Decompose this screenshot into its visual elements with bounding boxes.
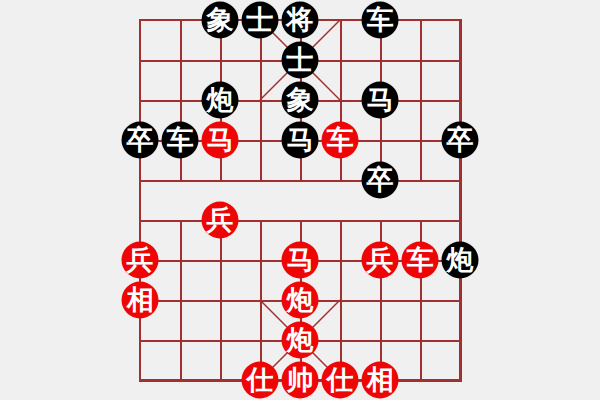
piece-red-elephant[interactable]: 相 <box>122 282 159 319</box>
point-marker-corner <box>368 144 376 152</box>
piece-black-elephant[interactable]: 象 <box>282 82 319 119</box>
piece-red-horse[interactable]: 马 <box>282 242 319 279</box>
piece-black-general[interactable]: 将 <box>282 2 319 39</box>
point-marker-corner <box>224 248 232 256</box>
piece-red-advisor[interactable]: 仕 <box>322 362 359 399</box>
point-marker-corner <box>168 304 176 312</box>
point-marker-corner <box>208 248 216 256</box>
point-marker <box>168 88 192 112</box>
point-marker <box>408 288 432 312</box>
point-marker-corner <box>368 128 376 136</box>
point-marker <box>208 248 232 272</box>
piece-red-advisor[interactable]: 仕 <box>242 362 279 399</box>
point-marker-corner <box>408 288 416 296</box>
point-marker-corner <box>384 144 392 152</box>
point-marker-corner <box>168 88 176 96</box>
point-marker-corner <box>184 104 192 112</box>
piece-red-cannon[interactable]: 炮 <box>282 282 319 319</box>
point-marker-corner <box>408 88 416 96</box>
piece-black-cannon[interactable]: 炮 <box>442 242 479 279</box>
point-marker-corner <box>384 128 392 136</box>
piece-red-cannon[interactable]: 炮 <box>282 322 319 359</box>
piece-red-general[interactable]: 帅 <box>282 362 319 399</box>
point-marker-corner <box>168 104 176 112</box>
piece-red-horse[interactable]: 马 <box>202 122 239 159</box>
point-marker-corner <box>424 288 432 296</box>
piece-black-chariot[interactable]: 车 <box>362 2 399 39</box>
piece-black-soldier[interactable]: 卒 <box>362 162 399 199</box>
piece-black-soldier[interactable]: 卒 <box>442 122 479 159</box>
point-marker-corner <box>408 104 416 112</box>
point-marker <box>368 208 392 232</box>
piece-red-soldier[interactable]: 兵 <box>202 202 239 239</box>
point-marker <box>168 288 192 312</box>
piece-black-chariot[interactable]: 车 <box>162 122 199 159</box>
piece-black-elephant[interactable]: 象 <box>202 2 239 39</box>
point-marker-corner <box>368 224 376 232</box>
piece-black-horse[interactable]: 马 <box>282 122 319 159</box>
xiangqi-screenshot: 象士将车士炮象马卒车马卒卒炮马车兵兵马兵车相炮炮仕帅仕相 <box>0 0 600 400</box>
point-marker-corner <box>368 208 376 216</box>
point-marker-corner <box>184 304 192 312</box>
piece-black-advisor[interactable]: 士 <box>242 2 279 39</box>
point-marker-corner <box>424 88 432 96</box>
point-marker-corner <box>424 104 432 112</box>
piece-red-elephant[interactable]: 相 <box>362 362 399 399</box>
point-marker-corner <box>408 304 416 312</box>
point-marker <box>408 88 432 112</box>
point-marker-corner <box>384 208 392 216</box>
point-marker-corner <box>184 288 192 296</box>
piece-red-soldier[interactable]: 兵 <box>362 242 399 279</box>
xiangqi-board: 象士将车士炮象马卒车马卒卒炮马车兵兵马兵车相炮炮仕帅仕相 <box>140 20 460 380</box>
point-marker-corner <box>424 304 432 312</box>
point-marker-corner <box>208 264 216 272</box>
point-marker <box>368 128 392 152</box>
point-marker-corner <box>224 264 232 272</box>
piece-black-soldier[interactable]: 卒 <box>122 122 159 159</box>
piece-black-horse[interactable]: 马 <box>362 82 399 119</box>
point-marker-corner <box>184 88 192 96</box>
point-marker-corner <box>168 288 176 296</box>
piece-black-advisor[interactable]: 士 <box>282 42 319 79</box>
piece-red-chariot[interactable]: 车 <box>402 242 439 279</box>
point-marker-corner <box>384 224 392 232</box>
piece-black-cannon[interactable]: 炮 <box>202 82 239 119</box>
piece-red-chariot[interactable]: 车 <box>322 122 359 159</box>
piece-red-soldier[interactable]: 兵 <box>122 242 159 279</box>
